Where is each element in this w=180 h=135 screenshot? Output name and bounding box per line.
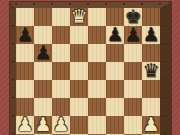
square-a4[interactable] — [16, 80, 34, 98]
square-f4[interactable] — [106, 80, 124, 98]
square-g3[interactable] — [124, 98, 142, 116]
frame-nail-icon — [159, 3, 161, 5]
piece-white-pawn-a2[interactable]: ♟ — [16, 115, 33, 134]
square-e5[interactable] — [88, 62, 106, 80]
square-f2[interactable] — [106, 116, 124, 134]
frame-nail-icon — [15, 3, 17, 5]
piece-black-queen-h5[interactable]: ♛ — [142, 61, 159, 80]
frame-nail-icon — [12, 61, 14, 63]
square-b2[interactable]: ♟ — [34, 116, 52, 134]
square-a5[interactable] — [16, 62, 34, 80]
square-b8[interactable] — [34, 8, 52, 26]
square-c6[interactable] — [52, 44, 70, 62]
square-f6[interactable] — [106, 44, 124, 62]
square-g4[interactable] — [124, 80, 142, 98]
square-f7[interactable]: ♟ — [106, 26, 124, 44]
square-g2[interactable] — [124, 116, 142, 134]
square-d6[interactable] — [70, 44, 88, 62]
square-d5[interactable] — [70, 62, 88, 80]
square-a2[interactable]: ♟ — [16, 116, 34, 134]
piece-white-queen-d8[interactable]: ♛ — [70, 7, 87, 26]
frame-nail-icon — [164, 133, 166, 135]
square-c8[interactable] — [52, 8, 70, 26]
frame-nail-icon — [164, 97, 166, 99]
piece-black-pawn-g7[interactable]: ♟ — [124, 25, 141, 44]
square-e6[interactable] — [88, 44, 106, 62]
square-d4[interactable] — [70, 80, 88, 98]
square-h5[interactable]: ♛ — [142, 62, 160, 80]
square-d2[interactable] — [70, 116, 88, 134]
piece-black-pawn-h7[interactable]: ♟ — [142, 25, 159, 44]
square-d3[interactable] — [70, 98, 88, 116]
piece-white-pawn-b2[interactable]: ♟ — [34, 115, 51, 134]
square-b6[interactable]: ♟ — [34, 44, 52, 62]
square-c4[interactable] — [52, 80, 70, 98]
square-d8[interactable]: ♛ — [70, 8, 88, 26]
frame-nail-icon — [12, 97, 14, 99]
square-g6[interactable] — [124, 44, 142, 62]
frame-nail-icon — [164, 61, 166, 63]
frame-nail-icon — [12, 79, 14, 81]
square-h4[interactable] — [142, 80, 160, 98]
board-frame: ♛♚♟♟♟♟♟♛♟♟♟♟ — [10, 2, 171, 135]
frame-nail-icon — [141, 3, 143, 5]
square-e1[interactable] — [88, 134, 106, 135]
square-e8[interactable] — [88, 8, 106, 26]
square-e3[interactable] — [88, 98, 106, 116]
square-c7[interactable] — [52, 26, 70, 44]
square-f1[interactable] — [106, 134, 124, 135]
frame-nail-icon — [164, 43, 166, 45]
frame-nail-icon — [123, 3, 125, 5]
square-b4[interactable] — [34, 80, 52, 98]
chess-app-background: ♛♚♟♟♟♟♟♛♟♟♟♟ — [0, 0, 180, 135]
square-d7[interactable] — [70, 26, 88, 44]
square-e4[interactable] — [88, 80, 106, 98]
piece-white-pawn-c2[interactable]: ♟ — [52, 115, 69, 134]
square-c5[interactable] — [52, 62, 70, 80]
square-d1[interactable] — [70, 134, 88, 135]
piece-black-pawn-a7[interactable]: ♟ — [16, 25, 33, 44]
square-e2[interactable] — [88, 116, 106, 134]
frame-nail-icon — [164, 25, 166, 27]
frame-nail-icon — [164, 115, 166, 117]
square-a7[interactable]: ♟ — [16, 26, 34, 44]
square-g5[interactable] — [124, 62, 142, 80]
piece-black-pawn-f7[interactable]: ♟ — [106, 25, 123, 44]
frame-nail-icon — [69, 3, 71, 5]
frame-nail-icon — [33, 3, 35, 5]
square-g7[interactable]: ♟ — [124, 26, 142, 44]
frame-nail-icon — [164, 79, 166, 81]
square-a6[interactable] — [16, 44, 34, 62]
piece-black-pawn-b6[interactable]: ♟ — [34, 43, 51, 62]
frame-nail-icon — [12, 133, 14, 135]
square-f5[interactable] — [106, 62, 124, 80]
frame-nail-icon — [12, 43, 14, 45]
square-e7[interactable] — [88, 26, 106, 44]
frame-nail-icon — [12, 25, 14, 27]
square-c2[interactable]: ♟ — [52, 116, 70, 134]
chess-board: ♛♚♟♟♟♟♟♛♟♟♟♟ — [16, 8, 160, 135]
square-g1[interactable] — [124, 134, 142, 135]
square-f3[interactable] — [106, 98, 124, 116]
frame-nail-icon — [12, 7, 14, 9]
square-h7[interactable]: ♟ — [142, 26, 160, 44]
frame-nail-icon — [12, 115, 14, 117]
frame-nail-icon — [105, 3, 107, 5]
square-b5[interactable] — [34, 62, 52, 80]
square-h2[interactable]: ♟ — [142, 116, 160, 134]
frame-nail-icon — [164, 7, 166, 9]
frame-nail-icon — [87, 3, 89, 5]
piece-white-pawn-h2[interactable]: ♟ — [142, 115, 159, 134]
frame-nail-icon — [51, 3, 53, 5]
